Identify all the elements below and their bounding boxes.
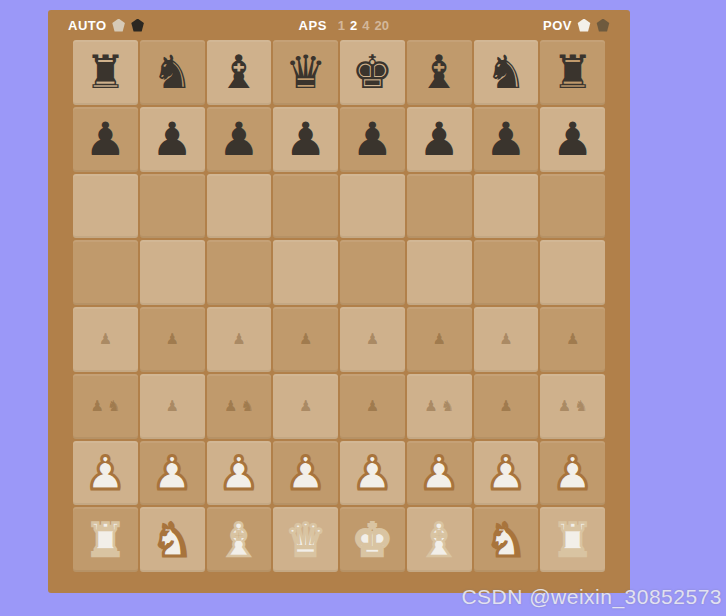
square-b2[interactable]: ♟ <box>140 441 205 506</box>
aps-option-20[interactable]: 20 <box>375 18 389 33</box>
black-pawn[interactable]: ♟ <box>552 116 593 162</box>
square-b8[interactable]: ♞ <box>140 40 205 105</box>
square-h7[interactable]: ♟ <box>540 107 605 172</box>
auto-label: AUTO <box>68 18 107 33</box>
move-hint-c4: ♟ <box>232 332 245 347</box>
black-pawn[interactable]: ♟ <box>285 116 326 162</box>
white-bishop[interactable]: ♝ <box>218 517 259 563</box>
black-knight[interactable]: ♞ <box>485 49 526 95</box>
white-knight[interactable]: ♞ <box>152 517 193 563</box>
square-b3[interactable]: ♟ <box>140 374 205 439</box>
square-e6[interactable] <box>340 174 405 239</box>
square-g4[interactable]: ♟ <box>474 307 539 372</box>
white-pawn[interactable]: ♟ <box>485 450 526 496</box>
square-g7[interactable]: ♟ <box>474 107 539 172</box>
square-d1[interactable]: ♛ <box>273 507 338 572</box>
square-c1[interactable]: ♝ <box>207 507 272 572</box>
auto-control: AUTO <box>68 18 145 33</box>
hint-pawn-icon: ♟ <box>299 332 312 347</box>
square-f2[interactable]: ♟ <box>407 441 472 506</box>
square-h2[interactable]: ♟ <box>540 441 605 506</box>
black-pawn[interactable]: ♟ <box>485 116 526 162</box>
square-b4[interactable]: ♟ <box>140 307 205 372</box>
move-hint-b3: ♟ <box>165 399 178 414</box>
pov-black-pawn-icon[interactable] <box>596 19 610 32</box>
square-f7[interactable]: ♟ <box>407 107 472 172</box>
hint-pawn-icon: ♟ <box>232 332 245 347</box>
hint-knight-icon: ♞ <box>441 399 454 414</box>
square-g6[interactable] <box>474 174 539 239</box>
square-c5[interactable] <box>207 240 272 305</box>
white-rook[interactable]: ♜ <box>552 517 593 563</box>
move-hint-b4: ♟ <box>165 332 178 347</box>
hint-pawn-icon: ♟ <box>499 399 512 414</box>
square-c8[interactable]: ♝ <box>207 40 272 105</box>
square-d6[interactable] <box>273 174 338 239</box>
square-f4[interactable]: ♟ <box>407 307 472 372</box>
move-hint-c3: ♟♞ <box>224 399 254 414</box>
hint-pawn-icon: ♟ <box>366 332 379 347</box>
square-d4[interactable]: ♟ <box>273 307 338 372</box>
square-d8[interactable]: ♛ <box>273 40 338 105</box>
hint-knight-icon: ♞ <box>240 399 253 414</box>
square-a4[interactable]: ♟ <box>73 307 138 372</box>
white-pawn[interactable]: ♟ <box>152 450 193 496</box>
square-g3[interactable]: ♟ <box>474 374 539 439</box>
square-b7[interactable]: ♟ <box>140 107 205 172</box>
hint-pawn-icon: ♟ <box>224 399 237 414</box>
hint-pawn-icon: ♟ <box>366 399 379 414</box>
aps-control: APS 12420 <box>299 18 389 33</box>
white-bishop[interactable]: ♝ <box>419 517 460 563</box>
square-c3[interactable]: ♟♞ <box>207 374 272 439</box>
auto-white-pawn-icon[interactable] <box>112 19 126 32</box>
square-c2[interactable]: ♟ <box>207 441 272 506</box>
black-knight[interactable]: ♞ <box>152 49 193 95</box>
square-e5[interactable] <box>340 240 405 305</box>
square-a7[interactable]: ♟ <box>73 107 138 172</box>
square-f8[interactable]: ♝ <box>407 40 472 105</box>
white-pawn[interactable]: ♟ <box>352 450 393 496</box>
auto-black-pawn-icon[interactable] <box>131 19 145 32</box>
square-b1[interactable]: ♞ <box>140 507 205 572</box>
square-h5[interactable] <box>540 240 605 305</box>
square-a6[interactable] <box>73 174 138 239</box>
move-hint-g3: ♟ <box>499 399 512 414</box>
white-pawn[interactable]: ♟ <box>285 450 326 496</box>
black-pawn[interactable]: ♟ <box>419 116 460 162</box>
hint-pawn-icon: ♟ <box>424 399 437 414</box>
black-king[interactable]: ♚ <box>352 49 393 95</box>
hint-pawn-icon: ♟ <box>165 332 178 347</box>
hint-pawn-icon: ♟ <box>499 332 512 347</box>
square-a2[interactable]: ♟ <box>73 441 138 506</box>
move-hint-h3: ♟♞ <box>558 399 588 414</box>
black-pawn[interactable]: ♟ <box>85 116 126 162</box>
white-pawn[interactable]: ♟ <box>85 450 126 496</box>
move-hint-e4: ♟ <box>366 332 379 347</box>
square-d5[interactable] <box>273 240 338 305</box>
square-b5[interactable] <box>140 240 205 305</box>
square-h8[interactable]: ♜ <box>540 40 605 105</box>
hint-pawn-icon: ♟ <box>165 399 178 414</box>
white-knight[interactable]: ♞ <box>485 517 526 563</box>
square-a5[interactable] <box>73 240 138 305</box>
square-f1[interactable]: ♝ <box>407 507 472 572</box>
black-pawn[interactable]: ♟ <box>152 116 193 162</box>
hint-knight-icon: ♞ <box>574 399 587 414</box>
white-king[interactable]: ♚ <box>352 517 393 563</box>
square-b6[interactable] <box>140 174 205 239</box>
square-a3[interactable]: ♟♞ <box>73 374 138 439</box>
aps-option-4[interactable]: 4 <box>362 18 369 33</box>
white-rook[interactable]: ♜ <box>85 517 126 563</box>
aps-option-1[interactable]: 1 <box>338 18 345 33</box>
square-c7[interactable]: ♟ <box>207 107 272 172</box>
white-pawn[interactable]: ♟ <box>218 450 259 496</box>
square-g8[interactable]: ♞ <box>474 40 539 105</box>
square-e1[interactable]: ♚ <box>340 507 405 572</box>
move-hint-d3: ♟ <box>299 399 312 414</box>
square-d2[interactable]: ♟ <box>273 441 338 506</box>
black-rook[interactable]: ♜ <box>85 49 126 95</box>
square-d7[interactable]: ♟ <box>273 107 338 172</box>
square-f3[interactable]: ♟♞ <box>407 374 472 439</box>
move-hint-f3: ♟♞ <box>424 399 454 414</box>
move-hint-d4: ♟ <box>299 332 312 347</box>
move-hint-e3: ♟ <box>366 399 379 414</box>
move-hint-a3: ♟♞ <box>90 399 120 414</box>
square-f6[interactable] <box>407 174 472 239</box>
white-pawn[interactable]: ♟ <box>552 450 593 496</box>
move-hint-a4: ♟ <box>99 332 112 347</box>
black-bishop[interactable]: ♝ <box>218 49 259 95</box>
square-e8[interactable]: ♚ <box>340 40 405 105</box>
pov-white-pawn-icon[interactable] <box>577 19 591 32</box>
hint-pawn-icon: ♟ <box>566 332 579 347</box>
board-header: AUTO APS 12420 POV <box>48 10 630 40</box>
hint-knight-icon: ♞ <box>107 399 120 414</box>
black-queen[interactable]: ♛ <box>285 49 326 95</box>
black-bishop[interactable]: ♝ <box>419 49 460 95</box>
move-hint-f4: ♟ <box>432 332 445 347</box>
square-e2[interactable]: ♟ <box>340 441 405 506</box>
white-pawn[interactable]: ♟ <box>419 450 460 496</box>
square-a1[interactable]: ♜ <box>73 507 138 572</box>
pov-control: POV <box>543 18 610 33</box>
aps-label: APS <box>299 18 327 33</box>
aps-option-2[interactable]: 2 <box>350 18 357 33</box>
hint-pawn-icon: ♟ <box>432 332 445 347</box>
square-h3[interactable]: ♟♞ <box>540 374 605 439</box>
square-e7[interactable]: ♟ <box>340 107 405 172</box>
black-pawn[interactable]: ♟ <box>218 116 259 162</box>
pov-label: POV <box>543 18 572 33</box>
hint-pawn-icon: ♟ <box>90 399 103 414</box>
black-pawn[interactable]: ♟ <box>352 116 393 162</box>
move-hint-h4: ♟ <box>566 332 579 347</box>
app-window: AUTO APS 12420 POV ♜♞♝♛♚♝♞♜♟♟♟♟♟♟♟♟♟♟♟♟♟… <box>0 0 726 616</box>
square-e4[interactable]: ♟ <box>340 307 405 372</box>
square-f5[interactable] <box>407 240 472 305</box>
square-a8[interactable]: ♜ <box>73 40 138 105</box>
aps-options: 12420 <box>338 18 389 33</box>
square-h1[interactable]: ♜ <box>540 507 605 572</box>
hint-pawn-icon: ♟ <box>558 399 571 414</box>
square-c6[interactable] <box>207 174 272 239</box>
watermark: CSDN @weixin_30852573 <box>461 585 722 609</box>
square-c4[interactable]: ♟ <box>207 307 272 372</box>
chess-board: ♜♞♝♛♚♝♞♜♟♟♟♟♟♟♟♟♟♟♟♟♟♟♟♟♟♞♟♟♞♟♟♟♞♟♟♞♟♟♟♟… <box>73 40 605 572</box>
move-hint-g4: ♟ <box>499 332 512 347</box>
square-h6[interactable] <box>540 174 605 239</box>
square-g2[interactable]: ♟ <box>474 441 539 506</box>
square-e3[interactable]: ♟ <box>340 374 405 439</box>
hint-pawn-icon: ♟ <box>299 399 312 414</box>
chess-board-panel: AUTO APS 12420 POV ♜♞♝♛♚♝♞♜♟♟♟♟♟♟♟♟♟♟♟♟♟… <box>48 10 630 593</box>
black-rook[interactable]: ♜ <box>552 49 593 95</box>
hint-pawn-icon: ♟ <box>99 332 112 347</box>
white-queen[interactable]: ♛ <box>285 517 326 563</box>
square-g5[interactable] <box>474 240 539 305</box>
square-g1[interactable]: ♞ <box>474 507 539 572</box>
square-d3[interactable]: ♟ <box>273 374 338 439</box>
square-h4[interactable]: ♟ <box>540 307 605 372</box>
